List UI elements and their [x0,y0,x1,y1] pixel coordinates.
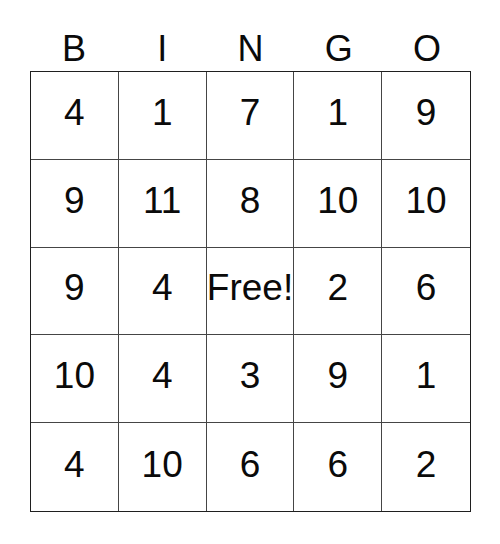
bingo-cell[interactable]: 4 [119,335,207,423]
bingo-cell[interactable]: 1 [119,72,207,160]
bingo-cell[interactable]: 6 [294,423,382,511]
bingo-cell[interactable]: 9 [31,248,119,336]
bingo-cell[interactable]: 9 [294,335,382,423]
bingo-cell[interactable]: 4 [31,72,119,160]
bingo-cell[interactable]: 7 [207,72,295,160]
header-letter-o: O [383,31,471,71]
bingo-cell[interactable]: 10 [119,423,207,511]
bingo-cell[interactable]: 1 [382,335,470,423]
bingo-cell[interactable]: 6 [382,248,470,336]
bingo-cell[interactable]: 3 [207,335,295,423]
bingo-cell-free[interactable]: Free! [207,248,295,336]
bingo-header: B I N G O [30,0,471,71]
header-letter-i: I [118,31,206,71]
bingo-cell[interactable]: 4 [119,248,207,336]
bingo-cell[interactable]: 8 [207,160,295,248]
bingo-card: B I N G O 417199118101094Free!2610439141… [30,0,471,512]
bingo-cell[interactable]: 10 [382,160,470,248]
bingo-cell[interactable]: 2 [382,423,470,511]
bingo-cell[interactable]: 1 [294,72,382,160]
header-letter-n: N [206,31,294,71]
header-letter-g: G [295,31,383,71]
bingo-cell[interactable]: 6 [207,423,295,511]
bingo-cell[interactable]: 4 [31,423,119,511]
bingo-cell[interactable]: 2 [294,248,382,336]
bingo-grid: 417199118101094Free!26104391410662 [30,71,471,512]
bingo-cell[interactable]: 9 [31,160,119,248]
header-letter-b: B [30,31,118,71]
bingo-cell[interactable]: 9 [382,72,470,160]
bingo-cell[interactable]: 11 [119,160,207,248]
bingo-cell[interactable]: 10 [31,335,119,423]
bingo-cell[interactable]: 10 [294,160,382,248]
